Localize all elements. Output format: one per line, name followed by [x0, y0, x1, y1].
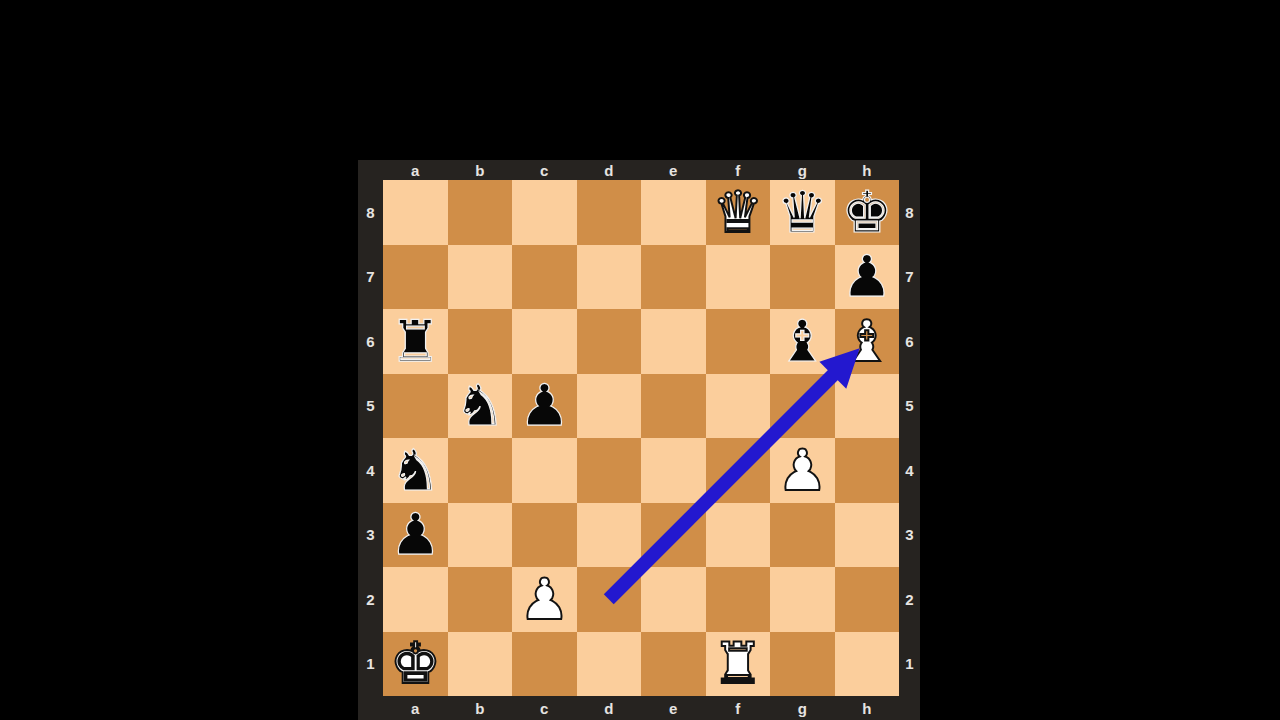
square-c8: [512, 180, 577, 245]
file-labels-top: abcdefgh: [383, 160, 899, 180]
coordinate-label-g: g: [770, 160, 835, 180]
square-h7: ♟: [835, 245, 900, 310]
coordinate-label-h: h: [835, 160, 900, 180]
black-pawn-a3: ♟: [390, 506, 441, 563]
square-f5: [706, 374, 771, 439]
coordinate-label-7: 7: [358, 245, 383, 310]
rank-labels-right: 87654321: [899, 180, 920, 696]
black-king-h8: ♚: [841, 184, 892, 241]
white-rook-f1: ♜: [712, 635, 763, 692]
coordinate-label-a: a: [383, 696, 448, 720]
square-c5: ♟: [512, 374, 577, 439]
coordinate-label-f: f: [706, 696, 771, 720]
square-g2: [770, 567, 835, 632]
square-h6: ♝: [835, 309, 900, 374]
square-d7: [577, 245, 642, 310]
square-f1: ♜: [706, 632, 771, 697]
square-c2: ♟: [512, 567, 577, 632]
square-g4: ♟: [770, 438, 835, 503]
square-b3: [448, 503, 513, 568]
white-pawn-g4: ♟: [777, 442, 828, 499]
square-f7: [706, 245, 771, 310]
video-frame: abcdefgh abcdefgh 87654321 87654321 ♛♛♚♟…: [0, 0, 1280, 720]
coordinate-label-8: 8: [899, 180, 920, 245]
square-h5: [835, 374, 900, 439]
square-g8: ♛: [770, 180, 835, 245]
coordinate-label-2: 2: [899, 567, 920, 632]
coordinate-label-d: d: [577, 696, 642, 720]
square-f6: [706, 309, 771, 374]
square-b1: [448, 632, 513, 697]
square-h8: ♚: [835, 180, 900, 245]
square-c7: [512, 245, 577, 310]
square-a7: [383, 245, 448, 310]
rank-labels-left: 87654321: [358, 180, 383, 696]
coordinate-label-e: e: [641, 696, 706, 720]
square-c4: [512, 438, 577, 503]
black-queen-g8: ♛: [777, 184, 828, 241]
square-d6: [577, 309, 642, 374]
square-f4: [706, 438, 771, 503]
coordinate-label-h: h: [835, 696, 900, 720]
square-e4: [641, 438, 706, 503]
coordinate-label-5: 5: [358, 374, 383, 439]
square-e7: [641, 245, 706, 310]
square-e3: [641, 503, 706, 568]
square-h4: [835, 438, 900, 503]
square-b6: [448, 309, 513, 374]
coordinate-label-c: c: [512, 160, 577, 180]
chessboard: ♛♛♚♟♜♝♝♞♟♞♟♟♟♚♜: [383, 180, 899, 696]
chessboard-panel: abcdefgh abcdefgh 87654321 87654321 ♛♛♚♟…: [358, 160, 920, 720]
square-c1: [512, 632, 577, 697]
square-d5: [577, 374, 642, 439]
coordinate-label-6: 6: [358, 309, 383, 374]
square-c3: [512, 503, 577, 568]
square-d2: [577, 567, 642, 632]
square-e2: [641, 567, 706, 632]
white-king-a1: ♚: [390, 635, 441, 692]
square-b2: [448, 567, 513, 632]
coordinate-label-c: c: [512, 696, 577, 720]
square-a4: ♞: [383, 438, 448, 503]
coordinate-label-1: 1: [899, 632, 920, 697]
square-e6: [641, 309, 706, 374]
square-e5: [641, 374, 706, 439]
black-bishop-g6: ♝: [777, 313, 828, 370]
square-h2: [835, 567, 900, 632]
white-bishop-h6: ♝: [841, 313, 892, 370]
black-pawn-h7: ♟: [841, 248, 892, 305]
coordinate-label-g: g: [770, 696, 835, 720]
coordinate-label-7: 7: [899, 245, 920, 310]
coordinate-label-b: b: [448, 160, 513, 180]
coordinate-label-e: e: [641, 160, 706, 180]
coordinate-label-1: 1: [358, 632, 383, 697]
file-labels-bottom: abcdefgh: [383, 696, 899, 720]
square-g1: [770, 632, 835, 697]
square-b8: [448, 180, 513, 245]
square-g5: [770, 374, 835, 439]
coordinate-label-2: 2: [358, 567, 383, 632]
square-e1: [641, 632, 706, 697]
square-a1: ♚: [383, 632, 448, 697]
square-f2: [706, 567, 771, 632]
square-b4: [448, 438, 513, 503]
coordinate-label-3: 3: [358, 503, 383, 568]
coordinate-label-4: 4: [899, 438, 920, 503]
coordinate-label-f: f: [706, 160, 771, 180]
square-c6: [512, 309, 577, 374]
coordinate-label-8: 8: [358, 180, 383, 245]
square-d3: [577, 503, 642, 568]
square-d1: [577, 632, 642, 697]
coordinate-label-b: b: [448, 696, 513, 720]
white-pawn-c2: ♟: [519, 571, 570, 628]
coordinate-label-5: 5: [899, 374, 920, 439]
square-a5: [383, 374, 448, 439]
coordinate-label-d: d: [577, 160, 642, 180]
square-h3: [835, 503, 900, 568]
square-f8: ♛: [706, 180, 771, 245]
square-h1: [835, 632, 900, 697]
square-d4: [577, 438, 642, 503]
coordinate-label-4: 4: [358, 438, 383, 503]
square-d8: [577, 180, 642, 245]
white-queen-f8: ♛: [712, 184, 763, 241]
square-b5: ♞: [448, 374, 513, 439]
square-a6: ♜: [383, 309, 448, 374]
coordinate-label-3: 3: [899, 503, 920, 568]
black-rook-a6: ♜: [390, 313, 441, 370]
coordinate-label-a: a: [383, 160, 448, 180]
black-knight-b5: ♞: [454, 377, 505, 434]
square-g7: [770, 245, 835, 310]
square-a3: ♟: [383, 503, 448, 568]
coordinate-label-6: 6: [899, 309, 920, 374]
square-g6: ♝: [770, 309, 835, 374]
square-a8: [383, 180, 448, 245]
square-f3: [706, 503, 771, 568]
square-a2: [383, 567, 448, 632]
square-b7: [448, 245, 513, 310]
square-e8: [641, 180, 706, 245]
square-g3: [770, 503, 835, 568]
black-knight-a4: ♞: [390, 442, 441, 499]
black-pawn-c5: ♟: [519, 377, 570, 434]
